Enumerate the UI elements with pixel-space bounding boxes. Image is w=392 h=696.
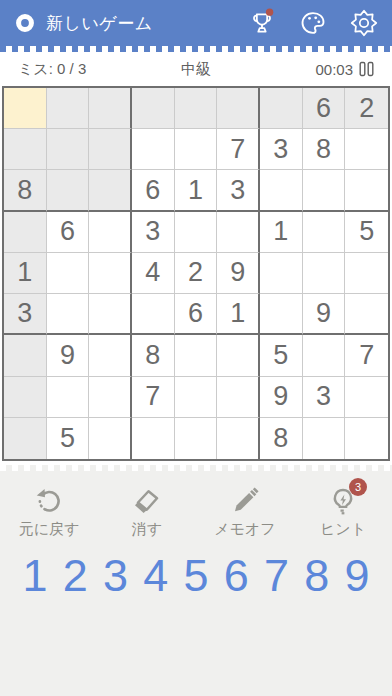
cell-r3c6[interactable]: 3 xyxy=(217,170,260,211)
cell-r8c7[interactable]: 9 xyxy=(260,377,303,418)
numpad-6[interactable]: 6 xyxy=(217,551,255,601)
cell-r1c1[interactable] xyxy=(4,88,47,129)
cell-r3c2[interactable] xyxy=(47,170,90,211)
hint-count-badge: 3 xyxy=(349,478,367,496)
cell-r5c1[interactable]: 1 xyxy=(4,253,47,294)
paper-perforation xyxy=(0,465,392,471)
cell-r6c6[interactable]: 1 xyxy=(217,294,260,335)
cell-r5c7[interactable] xyxy=(260,253,303,294)
numpad-5[interactable]: 5 xyxy=(177,551,215,601)
cell-r3c4[interactable]: 6 xyxy=(132,170,175,211)
cell-r1c7[interactable] xyxy=(260,88,303,129)
cell-r6c5[interactable]: 6 xyxy=(175,294,218,335)
cell-r4c3[interactable] xyxy=(89,212,132,253)
cell-r4c1[interactable] xyxy=(4,212,47,253)
numpad-3[interactable]: 3 xyxy=(97,551,135,601)
undo-icon xyxy=(33,486,65,516)
numpad-4[interactable]: 4 xyxy=(137,551,175,601)
cell-r1c6[interactable] xyxy=(217,88,260,129)
cell-r5c6[interactable]: 9 xyxy=(217,253,260,294)
numpad-1[interactable]: 1 xyxy=(16,551,54,601)
status-bar: ミス: 0 / 3 中級 00:03 xyxy=(0,52,392,86)
timer-value: 00:03 xyxy=(315,61,353,78)
board-paper: 627388613631514293619985779358 xyxy=(0,86,392,465)
cell-r4c8[interactable] xyxy=(303,212,346,253)
pause-icon[interactable] xyxy=(359,61,374,77)
palette-theme-icon[interactable] xyxy=(299,9,327,37)
hint-button[interactable]: 3 ヒント xyxy=(294,486,392,539)
erase-label: 消す xyxy=(132,520,162,539)
cell-r5c8[interactable] xyxy=(303,253,346,294)
cell-r5c4[interactable]: 4 xyxy=(132,253,175,294)
numpad-8[interactable]: 8 xyxy=(298,551,336,601)
cell-r9c3[interactable] xyxy=(89,418,132,459)
numpad-9[interactable]: 9 xyxy=(338,551,376,601)
numpad-7[interactable]: 7 xyxy=(258,551,296,601)
cell-r7c4[interactable]: 8 xyxy=(132,335,175,376)
trophy-icon[interactable] xyxy=(248,8,276,38)
cell-r4c7[interactable]: 1 xyxy=(260,212,303,253)
cell-r8c4[interactable]: 7 xyxy=(132,377,175,418)
cell-r9c4[interactable] xyxy=(132,418,175,459)
cell-r4c2[interactable]: 6 xyxy=(47,212,90,253)
cell-r3c5[interactable]: 1 xyxy=(175,170,218,211)
cell-r3c1[interactable]: 8 xyxy=(4,170,47,211)
cell-r4c5[interactable] xyxy=(175,212,218,253)
cell-r5c9[interactable] xyxy=(345,253,388,294)
cell-r8c5[interactable] xyxy=(175,377,218,418)
cell-r5c5[interactable]: 2 xyxy=(175,253,218,294)
cell-r8c1[interactable] xyxy=(4,377,47,418)
memo-toggle-button[interactable]: メモオフ xyxy=(196,486,294,539)
cell-r7c9[interactable]: 7 xyxy=(345,335,388,376)
cell-r2c9[interactable] xyxy=(345,129,388,170)
cell-r2c7[interactable]: 3 xyxy=(260,129,303,170)
cell-r3c8[interactable] xyxy=(303,170,346,211)
cell-r6c9[interactable] xyxy=(345,294,388,335)
erase-button[interactable]: 消す xyxy=(98,486,196,539)
cell-r8c8[interactable]: 3 xyxy=(303,377,346,418)
hint-label: ヒント xyxy=(320,520,366,539)
cell-r1c4[interactable] xyxy=(132,88,175,129)
new-game-button[interactable]: 新しいゲーム xyxy=(46,12,153,35)
cell-r9c5[interactable] xyxy=(175,418,218,459)
cell-r6c2[interactable] xyxy=(47,294,90,335)
undo-label: 元に戻す xyxy=(19,520,80,539)
cell-r8c2[interactable] xyxy=(47,377,90,418)
cell-r1c9[interactable]: 2 xyxy=(345,88,388,129)
cell-r9c6[interactable] xyxy=(217,418,260,459)
cell-r6c7[interactable] xyxy=(260,294,303,335)
pencil-icon xyxy=(230,486,260,516)
cell-r7c1[interactable] xyxy=(4,335,47,376)
cell-r2c6[interactable]: 7 xyxy=(217,129,260,170)
new-game-dot-icon xyxy=(14,12,36,34)
cell-r7c7[interactable]: 5 xyxy=(260,335,303,376)
cell-r7c5[interactable] xyxy=(175,335,218,376)
cell-r8c9[interactable] xyxy=(345,377,388,418)
cell-r9c7[interactable]: 8 xyxy=(260,418,303,459)
cell-r5c3[interactable] xyxy=(89,253,132,294)
cell-r4c9[interactable]: 5 xyxy=(345,212,388,253)
cell-r6c4[interactable] xyxy=(132,294,175,335)
cell-r5c2[interactable] xyxy=(47,253,90,294)
cell-r6c1[interactable]: 3 xyxy=(4,294,47,335)
difficulty-label: 中級 xyxy=(181,60,211,79)
numpad: 123456789 xyxy=(0,551,392,601)
cell-r7c8[interactable] xyxy=(303,335,346,376)
cell-r9c2[interactable]: 5 xyxy=(47,418,90,459)
cell-r2c8[interactable]: 8 xyxy=(303,129,346,170)
cell-r6c8[interactable]: 9 xyxy=(303,294,346,335)
cell-r4c6[interactable] xyxy=(217,212,260,253)
cell-r1c3[interactable] xyxy=(89,88,132,129)
cell-r3c3[interactable] xyxy=(89,170,132,211)
settings-gear-icon[interactable] xyxy=(350,9,378,37)
cell-r1c2[interactable] xyxy=(47,88,90,129)
cell-r9c9[interactable] xyxy=(345,418,388,459)
cell-r3c7[interactable] xyxy=(260,170,303,211)
cell-r9c1[interactable] xyxy=(4,418,47,459)
app-header: 新しいゲーム xyxy=(0,0,392,46)
sudoku-grid[interactable]: 627388613631514293619985779358 xyxy=(2,86,390,461)
cell-r4c4[interactable]: 3 xyxy=(132,212,175,253)
cell-r1c5[interactable] xyxy=(175,88,218,129)
cell-r7c6[interactable] xyxy=(217,335,260,376)
cell-r6c3[interactable] xyxy=(89,294,132,335)
cell-r1c8[interactable]: 6 xyxy=(303,88,346,129)
cell-r9c8[interactable] xyxy=(303,418,346,459)
cell-r2c5[interactable] xyxy=(175,129,218,170)
cell-r2c3[interactable] xyxy=(89,129,132,170)
cell-r2c2[interactable] xyxy=(47,129,90,170)
mistakes-counter: ミス: 0 / 3 xyxy=(18,60,86,79)
memo-label: メモオフ xyxy=(214,520,275,539)
cell-r2c1[interactable] xyxy=(4,129,47,170)
cell-r7c2[interactable]: 9 xyxy=(47,335,90,376)
cell-r8c6[interactable] xyxy=(217,377,260,418)
cell-r2c4[interactable] xyxy=(132,129,175,170)
eraser-icon xyxy=(132,486,162,516)
undo-button[interactable]: 元に戻す xyxy=(0,486,98,539)
numpad-2[interactable]: 2 xyxy=(56,551,94,601)
toolbar: 元に戻す 消す メモオフ 3 xyxy=(0,486,392,539)
cell-r8c3[interactable] xyxy=(89,377,132,418)
cell-r7c3[interactable] xyxy=(89,335,132,376)
cell-r3c9[interactable] xyxy=(345,170,388,211)
